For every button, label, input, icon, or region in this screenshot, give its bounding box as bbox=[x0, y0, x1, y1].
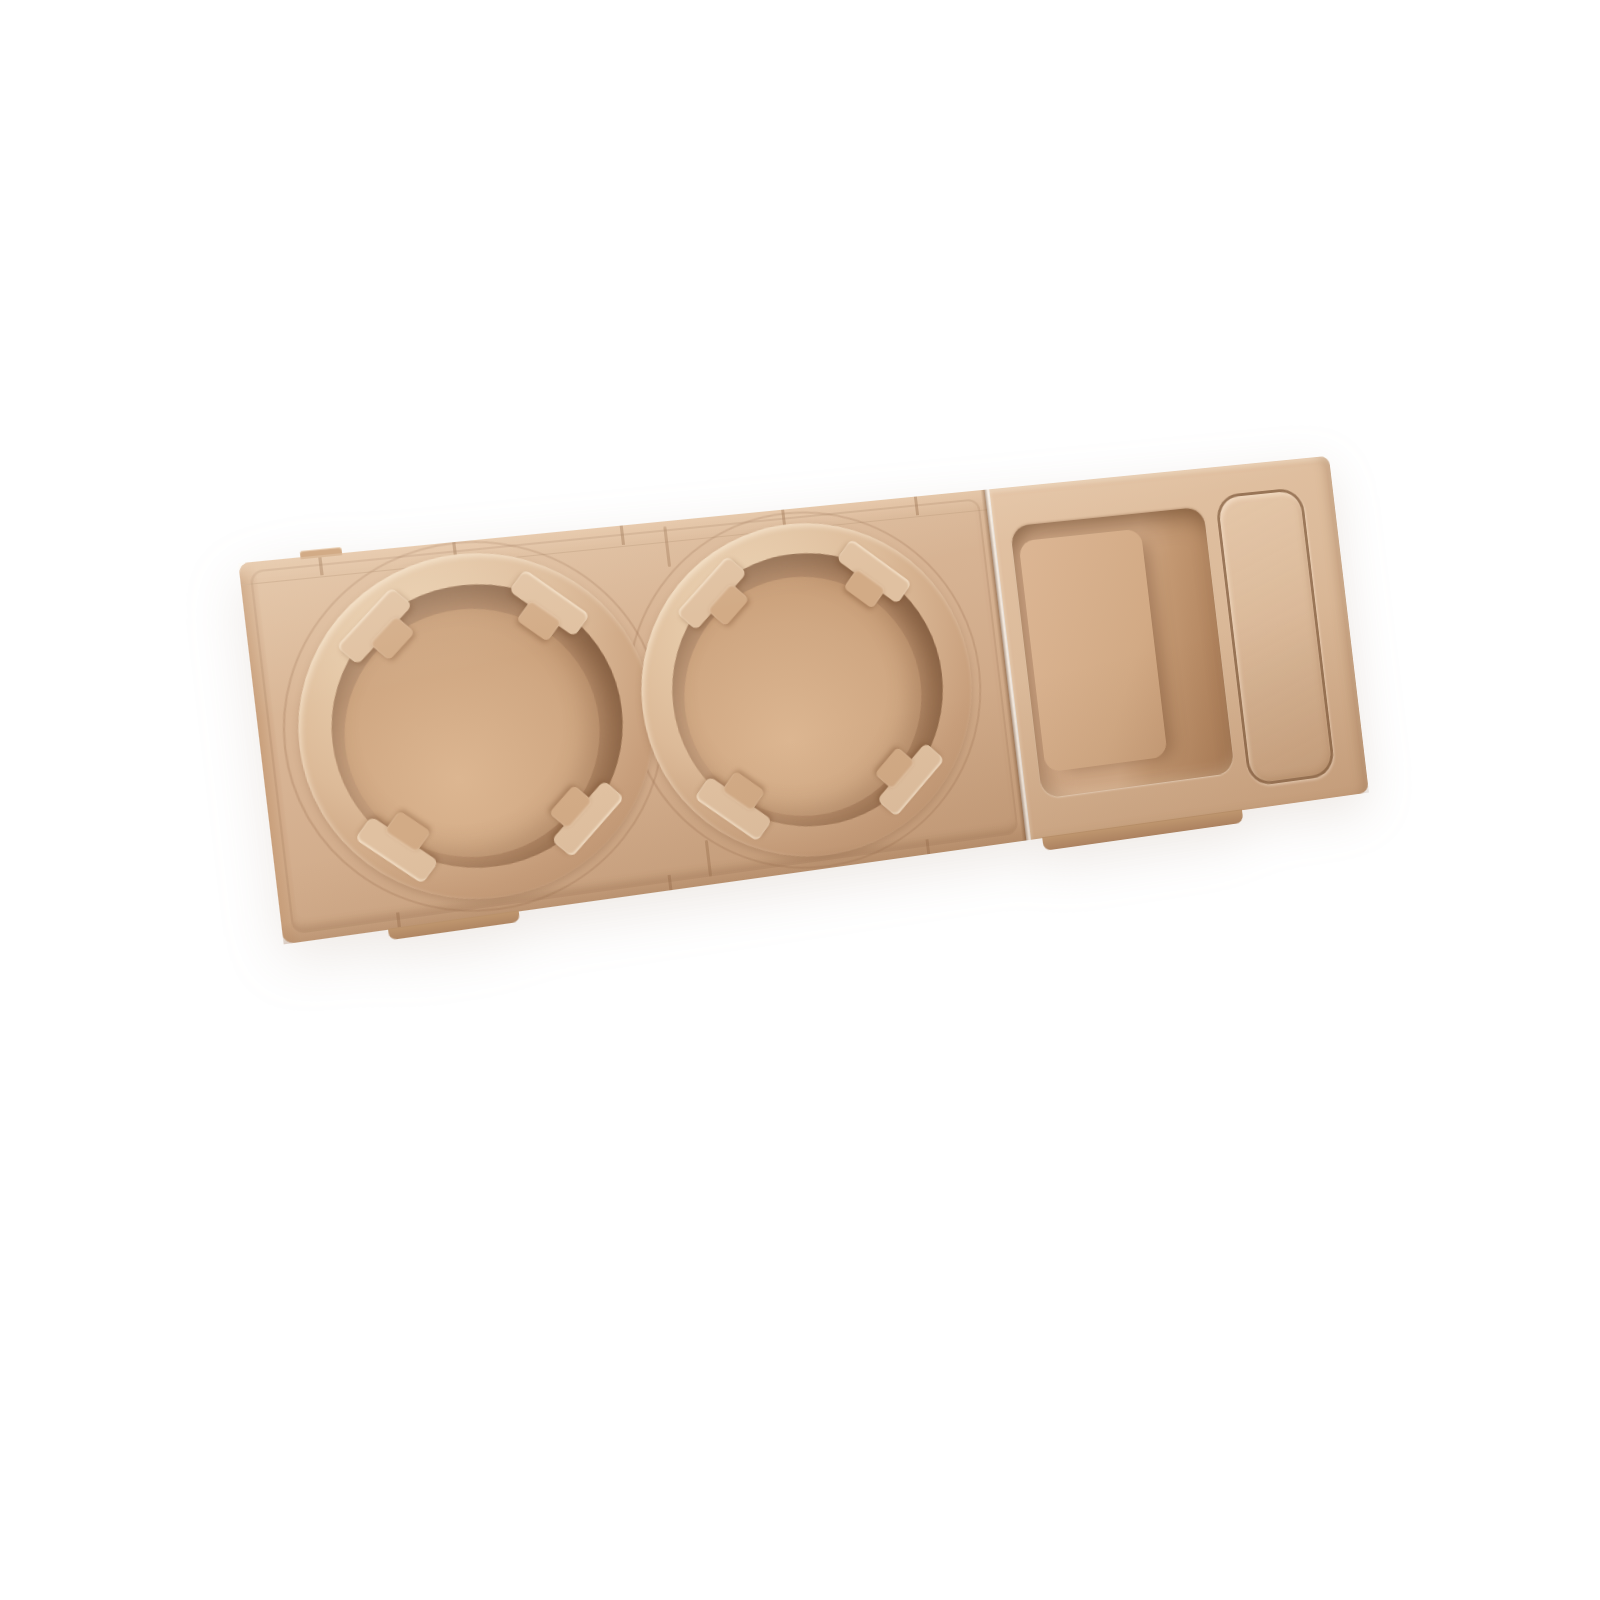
flange-notch bbox=[668, 875, 673, 891]
coin-tray-pocket bbox=[1010, 507, 1235, 799]
cup-holder-part bbox=[238, 456, 1369, 945]
coin-tray-floor bbox=[1018, 529, 1167, 773]
flange-notch bbox=[926, 839, 931, 854]
tray-door-module bbox=[989, 456, 1369, 840]
cup-holder-module bbox=[238, 490, 1026, 945]
latch-door-seam bbox=[1215, 487, 1336, 787]
product-photo-canvas bbox=[0, 0, 1600, 1600]
tray-bottom-step bbox=[1042, 809, 1243, 851]
